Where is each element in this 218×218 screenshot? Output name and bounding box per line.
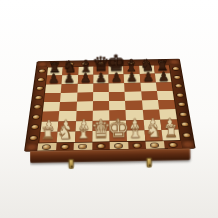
square-f2: ♟: [126, 120, 144, 131]
square-b7: ♟: [62, 75, 78, 84]
medallion-inlay-icon: [176, 93, 182, 96]
square-b4: [59, 102, 76, 112]
square-g8: ♞: [139, 66, 155, 74]
square-b1: ♞: [57, 131, 75, 142]
square-f8: ♝: [123, 66, 139, 74]
square-g2: ♟: [143, 119, 161, 130]
medallion-inlay-icon: [32, 115, 39, 119]
square-b8: ♞: [62, 67, 78, 75]
chess-board: ♜♞♝♛♚♝♞♜♟♟♟♟♟♟♟♟♟♟♟♟♟♟♟♟♜♞♝♛♚♝♞♜: [38, 65, 181, 143]
square-h6: [156, 82, 173, 91]
square-h3: [159, 109, 177, 119]
square-b6: [61, 84, 77, 93]
frame-panel: [172, 81, 184, 90]
square-h8: ♜: [154, 65, 170, 73]
medallion-inlay-icon: [79, 144, 86, 148]
chess-set: ♜♞♝♛♚♝♞♜♟♟♟♟♟♟♟♟♟♟♟♟♟♟♟♟♜♞♝♛♚♝♞♜: [24, 59, 196, 152]
square-h7: ♟: [155, 73, 172, 82]
square-e4: [109, 101, 126, 111]
square-e7: ♟: [109, 74, 125, 83]
square-a4: [43, 102, 60, 112]
medallion-inlay-icon: [181, 123, 188, 127]
medallion-inlay-icon: [113, 62, 119, 65]
frame-panel: [175, 100, 188, 110]
medallion-inlay-icon: [175, 84, 181, 87]
square-d5: [93, 92, 109, 101]
medallion-inlay-icon: [35, 96, 41, 99]
square-d6: [93, 83, 109, 92]
square-e1: ♚: [110, 130, 128, 141]
square-h2: ♟: [160, 119, 178, 130]
square-g4: [141, 100, 158, 110]
medallion-inlay-icon: [97, 144, 104, 148]
medallion-inlay-icon: [169, 143, 176, 147]
square-h5: [157, 91, 174, 100]
frame-panel: [176, 109, 189, 119]
square-e6: [109, 83, 125, 92]
square-h4: [158, 100, 176, 110]
medallion-inlay-icon: [183, 133, 190, 137]
square-f3: [126, 110, 143, 120]
square-c6: [77, 83, 93, 92]
medallion-inlay-icon: [36, 87, 42, 90]
square-f6: [124, 82, 140, 91]
square-g7: ♟: [139, 74, 155, 83]
square-c4: [76, 101, 93, 111]
square-a2: ♟: [41, 121, 59, 132]
square-d8: ♛: [93, 66, 108, 74]
square-e3: [109, 110, 126, 120]
medallion-inlay-icon: [128, 61, 134, 64]
medallion-inlay-icon: [83, 62, 89, 65]
square-h1: ♜: [161, 129, 180, 140]
frame-corner: [181, 141, 194, 149]
square-f1: ♝: [127, 130, 145, 141]
medallion-inlay-icon: [172, 67, 178, 70]
frame-panel: [178, 119, 191, 130]
medallion-inlay-icon: [159, 61, 165, 64]
medallion-inlay-icon: [151, 143, 158, 147]
square-f4: [125, 100, 142, 110]
square-d1: ♛: [92, 131, 110, 142]
square-a5: [44, 93, 61, 102]
medallion-inlay-icon: [180, 112, 187, 116]
square-c7: ♟: [77, 75, 93, 84]
brass-clasp-icon: [68, 159, 74, 169]
square-a3: [42, 111, 60, 121]
square-e2: ♟: [109, 120, 126, 131]
medallion-inlay-icon: [174, 76, 180, 79]
medallion-inlay-icon: [98, 62, 104, 65]
square-c5: [77, 92, 93, 101]
square-f7: ♟: [124, 74, 140, 83]
square-c3: [76, 111, 93, 121]
square-b2: ♟: [58, 121, 76, 132]
medallion-inlay-icon: [31, 125, 38, 129]
square-b3: [59, 111, 76, 121]
frame-panel: [180, 130, 194, 141]
square-d4: [93, 101, 110, 111]
medallion-inlay-icon: [143, 61, 149, 64]
frame-panel: [171, 73, 183, 82]
chess-board-frame: ♜♞♝♛♚♝♞♜♟♟♟♟♟♟♟♟♟♟♟♟♟♟♟♟♜♞♝♛♚♝♞♜: [24, 59, 196, 152]
square-a8: ♜: [47, 67, 63, 75]
medallion-inlay-icon: [178, 103, 185, 107]
square-a1: ♜: [39, 132, 57, 143]
square-b5: [60, 92, 77, 101]
square-d3: [92, 110, 109, 120]
square-g3: [142, 110, 160, 120]
frame-panel: [32, 93, 44, 102]
square-e8: ♚: [108, 66, 124, 74]
medallion-inlay-icon: [115, 143, 122, 147]
square-f5: [125, 91, 142, 100]
medallion-inlay-icon: [37, 78, 43, 81]
brass-clasp-icon: [146, 158, 152, 168]
square-c8: ♝: [78, 67, 93, 75]
medallion-inlay-icon: [67, 62, 73, 65]
square-g5: [141, 91, 158, 100]
medallion-inlay-icon: [29, 136, 36, 140]
square-g6: [140, 82, 157, 91]
product-photo: ♜♞♝♛♚♝♞♜♟♟♟♟♟♟♟♟♟♟♟♟♟♟♟♟♜♞♝♛♚♝♞♜: [0, 0, 218, 218]
square-d2: ♟: [92, 120, 109, 131]
square-g1: ♞: [144, 130, 162, 141]
square-e5: [109, 92, 125, 101]
square-c2: ♟: [75, 121, 92, 132]
medallion-inlay-icon: [43, 145, 50, 149]
medallion-inlay-icon: [38, 70, 44, 73]
medallion-inlay-icon: [133, 143, 140, 147]
square-a6: [45, 84, 62, 93]
square-d7: ♟: [93, 75, 109, 84]
frame-panel: [174, 90, 186, 99]
square-c1: ♝: [75, 131, 93, 142]
medallion-inlay-icon: [61, 144, 68, 148]
medallion-inlay-icon: [52, 63, 58, 66]
square-a7: ♟: [46, 75, 62, 84]
frame-panel: [170, 65, 182, 73]
medallion-inlay-icon: [34, 105, 41, 109]
